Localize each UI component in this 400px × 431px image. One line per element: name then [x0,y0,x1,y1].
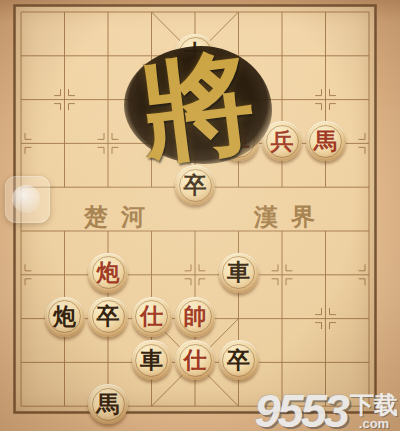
piece-炮-black[interactable]: 炮 [45,297,85,337]
piece-character: 馬 [97,393,120,416]
piece-character: 兵 [271,130,294,153]
piece-character: 炮 [53,305,76,328]
piece-character: 車 [140,349,163,372]
piece-character: 帥 [184,305,207,328]
assistive-touch-icon [12,185,40,213]
piece-character: 將 [227,86,250,109]
piece-車-red[interactable]: 車 [219,121,259,161]
piece-character: 卒 [97,305,120,328]
piece-帥-red[interactable]: 帥 [175,297,215,337]
piece-character: 士 [184,42,207,65]
game-screen: 楚河 漢界 士士將車兵馬卒炮車炮卒仕帥車仕卒馬 將 9553 下载 .com [0,0,400,431]
piece-character: 車 [227,261,250,284]
piece-車-black[interactable]: 車 [132,340,172,380]
piece-character: 卒 [227,349,250,372]
piece-character: 馬 [314,130,337,153]
piece-卒-black[interactable]: 卒 [175,165,215,205]
piece-馬-black[interactable]: 馬 [88,384,128,424]
piece-character: 車 [227,130,250,153]
piece-車-black[interactable]: 車 [219,253,259,293]
piece-仕-red[interactable]: 仕 [132,297,172,337]
piece-將-black[interactable]: 將 [219,78,259,118]
piece-character: 卒 [184,174,207,197]
piece-卒-black[interactable]: 卒 [88,297,128,337]
assistive-touch-button[interactable] [5,176,50,223]
piece-character: 炮 [97,261,120,284]
piece-士-black[interactable]: 士 [175,34,215,74]
piece-character: 仕 [140,305,163,328]
piece-character: 士 [140,86,163,109]
piece-士-black[interactable]: 士 [132,78,172,118]
piece-馬-red[interactable]: 馬 [306,121,346,161]
piece-character: 仕 [184,349,207,372]
piece-炮-red[interactable]: 炮 [88,253,128,293]
piece-卒-black[interactable]: 卒 [219,340,259,380]
